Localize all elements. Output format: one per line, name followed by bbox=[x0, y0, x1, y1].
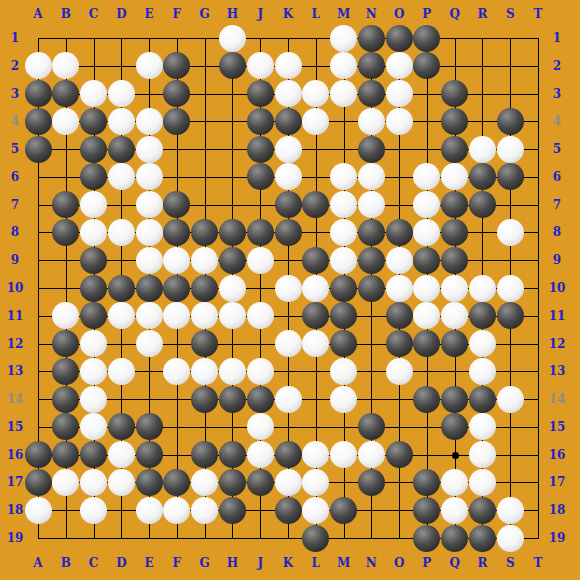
white-stone-K2[interactable] bbox=[275, 52, 302, 79]
row-label-left-4: 4 bbox=[11, 115, 19, 127]
black-stone-M11[interactable] bbox=[330, 302, 357, 329]
row-label-left-11: 11 bbox=[7, 310, 24, 322]
white-stone-L4[interactable] bbox=[302, 108, 329, 135]
black-stone-C4[interactable] bbox=[80, 108, 107, 135]
white-stone-P6[interactable] bbox=[413, 163, 440, 190]
col-label-bottom-S: S bbox=[506, 557, 515, 569]
black-stone-S11[interactable] bbox=[497, 302, 524, 329]
white-stone-M16[interactable] bbox=[330, 441, 357, 468]
black-stone-A3[interactable] bbox=[25, 80, 52, 107]
black-stone-A16[interactable] bbox=[25, 441, 52, 468]
row-label-left-1: 1 bbox=[11, 32, 19, 44]
white-stone-J11[interactable] bbox=[247, 302, 274, 329]
col-label-top-H: H bbox=[227, 8, 238, 20]
black-stone-F17[interactable] bbox=[163, 469, 190, 496]
black-stone-N17[interactable] bbox=[358, 469, 385, 496]
white-stone-R13[interactable] bbox=[469, 358, 496, 385]
black-stone-N3[interactable] bbox=[358, 80, 385, 107]
col-label-bottom-D: D bbox=[116, 557, 126, 569]
white-stone-C13[interactable] bbox=[80, 358, 107, 385]
row-label-right-8: 8 bbox=[553, 226, 561, 238]
col-label-top-S: S bbox=[506, 8, 515, 20]
black-stone-E17[interactable] bbox=[136, 469, 163, 496]
black-stone-L9[interactable] bbox=[302, 247, 329, 274]
black-stone-P12[interactable] bbox=[413, 330, 440, 357]
black-stone-D10[interactable] bbox=[108, 275, 135, 302]
col-label-top-Q: Q bbox=[449, 8, 459, 20]
col-label-bottom-T: T bbox=[534, 557, 543, 569]
row-label-left-7: 7 bbox=[11, 199, 19, 211]
col-label-top-E: E bbox=[145, 8, 154, 20]
white-stone-Q11[interactable] bbox=[441, 302, 468, 329]
white-stone-H13[interactable] bbox=[219, 358, 246, 385]
white-stone-E5[interactable] bbox=[136, 136, 163, 163]
white-stone-B2[interactable] bbox=[52, 52, 79, 79]
white-stone-E7[interactable] bbox=[136, 191, 163, 218]
col-label-top-K: K bbox=[283, 8, 293, 20]
row-label-left-2: 2 bbox=[11, 60, 19, 72]
col-label-bottom-O: O bbox=[394, 557, 404, 569]
black-stone-S4[interactable] bbox=[497, 108, 524, 135]
row-label-right-19: 19 bbox=[549, 532, 566, 544]
white-stone-E6[interactable] bbox=[136, 163, 163, 190]
black-stone-P9[interactable] bbox=[413, 247, 440, 274]
white-stone-D17[interactable] bbox=[108, 469, 135, 496]
black-stone-F10[interactable] bbox=[163, 275, 190, 302]
black-stone-O1[interactable] bbox=[386, 25, 413, 52]
col-label-top-G: G bbox=[200, 8, 210, 20]
white-stone-K5[interactable] bbox=[275, 136, 302, 163]
black-stone-C5[interactable] bbox=[80, 136, 107, 163]
black-stone-H8[interactable] bbox=[219, 219, 246, 246]
white-stone-Q6[interactable] bbox=[441, 163, 468, 190]
black-stone-E15[interactable] bbox=[136, 413, 163, 440]
black-stone-F7[interactable] bbox=[163, 191, 190, 218]
black-stone-N9[interactable] bbox=[358, 247, 385, 274]
white-stone-O3[interactable] bbox=[386, 80, 413, 107]
black-stone-F2[interactable] bbox=[163, 52, 190, 79]
white-stone-S8[interactable] bbox=[497, 219, 524, 246]
row-label-right-16: 16 bbox=[549, 449, 566, 461]
col-label-top-N: N bbox=[366, 8, 377, 20]
black-stone-C11[interactable] bbox=[80, 302, 107, 329]
white-stone-R5[interactable] bbox=[469, 136, 496, 163]
white-stone-L3[interactable] bbox=[302, 80, 329, 107]
white-stone-M3[interactable] bbox=[330, 80, 357, 107]
white-stone-B11[interactable] bbox=[52, 302, 79, 329]
row-label-left-6: 6 bbox=[11, 171, 19, 183]
black-stone-C6[interactable] bbox=[80, 163, 107, 190]
white-stone-P10[interactable] bbox=[413, 275, 440, 302]
white-stone-N7[interactable] bbox=[358, 191, 385, 218]
black-stone-O11[interactable] bbox=[386, 302, 413, 329]
white-stone-F11[interactable] bbox=[163, 302, 190, 329]
black-stone-Q8[interactable] bbox=[441, 219, 468, 246]
col-label-bottom-N: N bbox=[366, 557, 377, 569]
row-label-right-15: 15 bbox=[549, 421, 566, 433]
white-stone-D11[interactable] bbox=[108, 302, 135, 329]
white-stone-J2[interactable] bbox=[247, 52, 274, 79]
col-label-bottom-A: A bbox=[33, 557, 42, 569]
white-stone-M13[interactable] bbox=[330, 358, 357, 385]
white-stone-M8[interactable] bbox=[330, 219, 357, 246]
black-stone-Q12[interactable] bbox=[441, 330, 468, 357]
white-stone-G17[interactable] bbox=[191, 469, 218, 496]
black-stone-Q7[interactable] bbox=[441, 191, 468, 218]
star-point bbox=[452, 452, 459, 459]
col-label-bottom-H: H bbox=[227, 557, 238, 569]
go-board[interactable]: AABBCCDDEEFFGGHHJJKKLLMMNNOOPPQQRRSSTT11… bbox=[0, 0, 580, 580]
white-stone-M1[interactable] bbox=[330, 25, 357, 52]
black-stone-P1[interactable] bbox=[413, 25, 440, 52]
white-stone-Q10[interactable] bbox=[441, 275, 468, 302]
black-stone-J3[interactable] bbox=[247, 80, 274, 107]
white-stone-C12[interactable] bbox=[80, 330, 107, 357]
black-stone-Q5[interactable] bbox=[441, 136, 468, 163]
white-stone-L18[interactable] bbox=[302, 497, 329, 524]
white-stone-S10[interactable] bbox=[497, 275, 524, 302]
black-stone-K8[interactable] bbox=[275, 219, 302, 246]
white-stone-K3[interactable] bbox=[275, 80, 302, 107]
col-label-bottom-J: J bbox=[257, 557, 263, 569]
col-label-top-F: F bbox=[173, 8, 182, 20]
white-stone-O10[interactable] bbox=[386, 275, 413, 302]
black-stone-R11[interactable] bbox=[469, 302, 496, 329]
white-stone-P11[interactable] bbox=[413, 302, 440, 329]
black-stone-N8[interactable] bbox=[358, 219, 385, 246]
white-stone-C14[interactable] bbox=[80, 386, 107, 413]
black-stone-P19[interactable] bbox=[413, 525, 440, 552]
row-label-right-3: 3 bbox=[553, 88, 561, 100]
white-stone-S19[interactable] bbox=[497, 525, 524, 552]
row-label-left-19: 19 bbox=[7, 532, 24, 544]
white-stone-A2[interactable] bbox=[25, 52, 52, 79]
white-stone-O9[interactable] bbox=[386, 247, 413, 274]
white-stone-D4[interactable] bbox=[108, 108, 135, 135]
white-stone-G18[interactable] bbox=[191, 497, 218, 524]
white-stone-R15[interactable] bbox=[469, 413, 496, 440]
black-stone-Q19[interactable] bbox=[441, 525, 468, 552]
row-label-left-9: 9 bbox=[11, 254, 19, 266]
white-stone-N16[interactable] bbox=[358, 441, 385, 468]
white-stone-M7[interactable] bbox=[330, 191, 357, 218]
col-label-bottom-C: C bbox=[89, 557, 99, 569]
black-stone-B14[interactable] bbox=[52, 386, 79, 413]
black-stone-D5[interactable] bbox=[108, 136, 135, 163]
black-stone-G16[interactable] bbox=[191, 441, 218, 468]
row-label-right-2: 2 bbox=[553, 60, 561, 72]
black-stone-H2[interactable] bbox=[219, 52, 246, 79]
black-stone-H17[interactable] bbox=[219, 469, 246, 496]
row-label-right-11: 11 bbox=[549, 310, 566, 322]
col-label-bottom-Q: Q bbox=[449, 557, 459, 569]
white-stone-J13[interactable] bbox=[247, 358, 274, 385]
black-stone-N1[interactable] bbox=[358, 25, 385, 52]
black-stone-N5[interactable] bbox=[358, 136, 385, 163]
white-stone-K14[interactable] bbox=[275, 386, 302, 413]
white-stone-N6[interactable] bbox=[358, 163, 385, 190]
black-stone-Q9[interactable] bbox=[441, 247, 468, 274]
white-stone-L16[interactable] bbox=[302, 441, 329, 468]
white-stone-M2[interactable] bbox=[330, 52, 357, 79]
col-label-top-D: D bbox=[116, 8, 126, 20]
row-label-left-15: 15 bbox=[7, 421, 24, 433]
row-label-right-5: 5 bbox=[553, 143, 561, 155]
white-stone-E2[interactable] bbox=[136, 52, 163, 79]
black-stone-J14[interactable] bbox=[247, 386, 274, 413]
row-label-right-9: 9 bbox=[553, 254, 561, 266]
white-stone-P7[interactable] bbox=[413, 191, 440, 218]
col-label-top-R: R bbox=[477, 8, 487, 20]
col-label-bottom-G: G bbox=[200, 557, 210, 569]
black-stone-J4[interactable] bbox=[247, 108, 274, 135]
white-stone-B17[interactable] bbox=[52, 469, 79, 496]
black-stone-L11[interactable] bbox=[302, 302, 329, 329]
black-stone-B15[interactable] bbox=[52, 413, 79, 440]
white-stone-K10[interactable] bbox=[275, 275, 302, 302]
black-stone-H14[interactable] bbox=[219, 386, 246, 413]
black-stone-F4[interactable] bbox=[163, 108, 190, 135]
black-stone-M12[interactable] bbox=[330, 330, 357, 357]
row-label-right-14: 14 bbox=[549, 393, 566, 405]
white-stone-S14[interactable] bbox=[497, 386, 524, 413]
black-stone-M18[interactable] bbox=[330, 497, 357, 524]
white-stone-O13[interactable] bbox=[386, 358, 413, 385]
black-stone-P14[interactable] bbox=[413, 386, 440, 413]
black-stone-R7[interactable] bbox=[469, 191, 496, 218]
col-label-top-T: T bbox=[534, 8, 543, 20]
col-label-top-A: A bbox=[33, 8, 42, 20]
black-stone-Q14[interactable] bbox=[441, 386, 468, 413]
col-label-top-M: M bbox=[337, 8, 350, 20]
black-stone-L7[interactable] bbox=[302, 191, 329, 218]
black-stone-K16[interactable] bbox=[275, 441, 302, 468]
black-stone-F3[interactable] bbox=[163, 80, 190, 107]
black-stone-E10[interactable] bbox=[136, 275, 163, 302]
white-stone-D3[interactable] bbox=[108, 80, 135, 107]
white-stone-J16[interactable] bbox=[247, 441, 274, 468]
black-stone-B13[interactable] bbox=[52, 358, 79, 385]
row-label-left-12: 12 bbox=[7, 338, 24, 350]
black-stone-R14[interactable] bbox=[469, 386, 496, 413]
white-stone-O2[interactable] bbox=[386, 52, 413, 79]
white-stone-C15[interactable] bbox=[80, 413, 107, 440]
white-stone-E4[interactable] bbox=[136, 108, 163, 135]
black-stone-L19[interactable] bbox=[302, 525, 329, 552]
white-stone-Q18[interactable] bbox=[441, 497, 468, 524]
row-label-right-4: 4 bbox=[553, 115, 561, 127]
black-stone-H18[interactable] bbox=[219, 497, 246, 524]
white-stone-J9[interactable] bbox=[247, 247, 274, 274]
black-stone-K18[interactable] bbox=[275, 497, 302, 524]
black-stone-B8[interactable] bbox=[52, 219, 79, 246]
white-stone-D13[interactable] bbox=[108, 358, 135, 385]
white-stone-B4[interactable] bbox=[52, 108, 79, 135]
white-stone-J15[interactable] bbox=[247, 413, 274, 440]
white-stone-F18[interactable] bbox=[163, 497, 190, 524]
black-stone-H16[interactable] bbox=[219, 441, 246, 468]
white-stone-E11[interactable] bbox=[136, 302, 163, 329]
col-label-top-B: B bbox=[61, 8, 71, 20]
white-stone-R10[interactable] bbox=[469, 275, 496, 302]
black-stone-N2[interactable] bbox=[358, 52, 385, 79]
white-stone-L12[interactable] bbox=[302, 330, 329, 357]
black-stone-J17[interactable] bbox=[247, 469, 274, 496]
white-stone-G13[interactable] bbox=[191, 358, 218, 385]
black-stone-C16[interactable] bbox=[80, 441, 107, 468]
col-label-bottom-L: L bbox=[312, 557, 320, 569]
white-stone-C7[interactable] bbox=[80, 191, 107, 218]
black-stone-B3[interactable] bbox=[52, 80, 79, 107]
black-stone-J5[interactable] bbox=[247, 136, 274, 163]
black-stone-A5[interactable] bbox=[25, 136, 52, 163]
white-stone-K6[interactable] bbox=[275, 163, 302, 190]
white-stone-A18[interactable] bbox=[25, 497, 52, 524]
black-stone-O12[interactable] bbox=[386, 330, 413, 357]
black-stone-K7[interactable] bbox=[275, 191, 302, 218]
row-label-left-5: 5 bbox=[11, 143, 19, 155]
white-stone-C8[interactable] bbox=[80, 219, 107, 246]
black-stone-G14[interactable] bbox=[191, 386, 218, 413]
black-stone-Q3[interactable] bbox=[441, 80, 468, 107]
white-stone-E8[interactable] bbox=[136, 219, 163, 246]
white-stone-R12[interactable] bbox=[469, 330, 496, 357]
col-label-bottom-F: F bbox=[173, 557, 182, 569]
black-stone-Q15[interactable] bbox=[441, 413, 468, 440]
black-stone-O8[interactable] bbox=[386, 219, 413, 246]
white-stone-R17[interactable] bbox=[469, 469, 496, 496]
col-label-top-C: C bbox=[89, 8, 99, 20]
black-stone-A4[interactable] bbox=[25, 108, 52, 135]
white-stone-L17[interactable] bbox=[302, 469, 329, 496]
col-label-bottom-M: M bbox=[337, 557, 350, 569]
row-label-right-10: 10 bbox=[549, 282, 566, 294]
col-label-top-O: O bbox=[394, 8, 404, 20]
black-stone-G10[interactable] bbox=[191, 275, 218, 302]
row-label-left-13: 13 bbox=[7, 365, 24, 377]
col-label-bottom-B: B bbox=[61, 557, 71, 569]
white-stone-E9[interactable] bbox=[136, 247, 163, 274]
white-stone-M9[interactable] bbox=[330, 247, 357, 274]
black-stone-P18[interactable] bbox=[413, 497, 440, 524]
white-stone-R16[interactable] bbox=[469, 441, 496, 468]
black-stone-N10[interactable] bbox=[358, 275, 385, 302]
black-stone-R18[interactable] bbox=[469, 497, 496, 524]
row-label-right-12: 12 bbox=[549, 338, 566, 350]
white-stone-H1[interactable] bbox=[219, 25, 246, 52]
vertical-gridline bbox=[538, 38, 539, 539]
row-label-left-18: 18 bbox=[7, 504, 24, 516]
col-label-bottom-K: K bbox=[283, 557, 293, 569]
black-stone-A17[interactable] bbox=[25, 469, 52, 496]
black-stone-R19[interactable] bbox=[469, 525, 496, 552]
col-label-top-P: P bbox=[422, 8, 431, 20]
black-stone-E16[interactable] bbox=[136, 441, 163, 468]
white-stone-H10[interactable] bbox=[219, 275, 246, 302]
black-stone-G12[interactable] bbox=[191, 330, 218, 357]
white-stone-E18[interactable] bbox=[136, 497, 163, 524]
row-label-left-8: 8 bbox=[11, 226, 19, 238]
col-label-bottom-E: E bbox=[145, 557, 154, 569]
row-label-left-17: 17 bbox=[7, 476, 24, 488]
col-label-bottom-R: R bbox=[477, 557, 487, 569]
col-label-top-J: J bbox=[257, 8, 263, 20]
black-stone-R6[interactable] bbox=[469, 163, 496, 190]
black-stone-Q4[interactable] bbox=[441, 108, 468, 135]
black-stone-M10[interactable] bbox=[330, 275, 357, 302]
black-stone-F8[interactable] bbox=[163, 219, 190, 246]
black-stone-H9[interactable] bbox=[219, 247, 246, 274]
black-stone-B7[interactable] bbox=[52, 191, 79, 218]
row-label-right-18: 18 bbox=[549, 504, 566, 516]
black-stone-G8[interactable] bbox=[191, 219, 218, 246]
row-label-left-3: 3 bbox=[11, 88, 19, 100]
row-label-right-6: 6 bbox=[553, 171, 561, 183]
row-label-right-17: 17 bbox=[549, 476, 566, 488]
black-stone-B16[interactable] bbox=[52, 441, 79, 468]
black-stone-P17[interactable] bbox=[413, 469, 440, 496]
white-stone-G9[interactable] bbox=[191, 247, 218, 274]
black-stone-O16[interactable] bbox=[386, 441, 413, 468]
white-stone-C3[interactable] bbox=[80, 80, 107, 107]
row-label-right-13: 13 bbox=[549, 365, 566, 377]
row-label-right-7: 7 bbox=[553, 199, 561, 211]
white-stone-K17[interactable] bbox=[275, 469, 302, 496]
white-stone-D16[interactable] bbox=[108, 441, 135, 468]
row-label-right-1: 1 bbox=[553, 32, 561, 44]
black-stone-B12[interactable] bbox=[52, 330, 79, 357]
black-stone-J6[interactable] bbox=[247, 163, 274, 190]
white-stone-G11[interactable] bbox=[191, 302, 218, 329]
row-label-left-16: 16 bbox=[7, 449, 24, 461]
black-stone-D15[interactable] bbox=[108, 413, 135, 440]
white-stone-F9[interactable] bbox=[163, 247, 190, 274]
white-stone-L10[interactable] bbox=[302, 275, 329, 302]
white-stone-K12[interactable] bbox=[275, 330, 302, 357]
black-stone-K4[interactable] bbox=[275, 108, 302, 135]
white-stone-C18[interactable] bbox=[80, 497, 107, 524]
white-stone-O4[interactable] bbox=[386, 108, 413, 135]
white-stone-S18[interactable] bbox=[497, 497, 524, 524]
col-label-bottom-P: P bbox=[422, 557, 431, 569]
white-stone-H11[interactable] bbox=[219, 302, 246, 329]
white-stone-D8[interactable] bbox=[108, 219, 135, 246]
black-stone-C10[interactable] bbox=[80, 275, 107, 302]
white-stone-N4[interactable] bbox=[358, 108, 385, 135]
black-stone-N15[interactable] bbox=[358, 413, 385, 440]
black-stone-J8[interactable] bbox=[247, 219, 274, 246]
row-label-left-14: 14 bbox=[7, 393, 24, 405]
white-stone-Q17[interactable] bbox=[441, 469, 468, 496]
black-stone-C9[interactable] bbox=[80, 247, 107, 274]
white-stone-M14[interactable] bbox=[330, 386, 357, 413]
white-stone-S5[interactable] bbox=[497, 136, 524, 163]
white-stone-P8[interactable] bbox=[413, 219, 440, 246]
black-stone-S6[interactable] bbox=[497, 163, 524, 190]
row-label-left-10: 10 bbox=[7, 282, 24, 294]
white-stone-E12[interactable] bbox=[136, 330, 163, 357]
white-stone-F13[interactable] bbox=[163, 358, 190, 385]
white-stone-M6[interactable] bbox=[330, 163, 357, 190]
white-stone-C17[interactable] bbox=[80, 469, 107, 496]
col-label-top-L: L bbox=[312, 8, 320, 20]
white-stone-D6[interactable] bbox=[108, 163, 135, 190]
black-stone-P2[interactable] bbox=[413, 52, 440, 79]
